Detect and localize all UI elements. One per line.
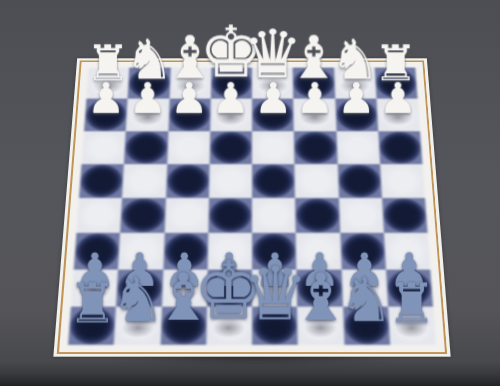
- empty-f4: [166, 164, 210, 198]
- empty-f3: [167, 131, 210, 164]
- piece-white-pawn-a2[interactable]: ♟: [376, 99, 420, 131]
- empty-e3: [209, 131, 252, 164]
- empty-c5: [295, 198, 340, 233]
- empty-h5: [76, 198, 122, 233]
- empty-d5: [252, 198, 296, 233]
- empty-d3: [252, 131, 295, 164]
- empty-a3: [378, 131, 422, 164]
- empty-h3: [82, 131, 126, 164]
- perspective-wrapper: ♜♞♝♚♛♝♞♜♟♟♟♟♟♟♟♟♟♟♟♟♟♟♟♟♜♞♝♚♛♝♞♜: [0, 0, 500, 386]
- empty-a5: [382, 198, 428, 233]
- empty-e4: [209, 164, 252, 198]
- empty-g4: [122, 164, 167, 198]
- empty-g5: [120, 198, 165, 233]
- empty-b4: [337, 164, 382, 198]
- photo-scene: ♜♞♝♚♛♝♞♜♟♟♟♟♟♟♟♟♟♟♟♟♟♟♟♟♜♞♝♚♛♝♞♜: [0, 0, 500, 386]
- empty-c4: [295, 164, 339, 198]
- empty-d4: [252, 164, 295, 198]
- white-pawn-icon: ♟: [321, 77, 476, 120]
- blue-rook-icon: ♜: [327, 276, 496, 331]
- board-pieces: ♜♞♝♚♛♝♞♜♟♟♟♟♟♟♟♟♟♟♟♟♟♟♟♟♜♞♝♚♛♝♞♜: [68, 68, 436, 345]
- empty-e5: [208, 198, 252, 233]
- empty-h4: [79, 164, 124, 198]
- empty-a4: [380, 164, 425, 198]
- empty-g3: [124, 131, 168, 164]
- empty-b5: [339, 198, 384, 233]
- piece-blue-rook-a8[interactable]: ♜: [388, 306, 436, 344]
- empty-f5: [164, 198, 209, 233]
- chess-board: ♜♞♝♚♛♝♞♜♟♟♟♟♟♟♟♟♟♟♟♟♟♟♟♟♜♞♝♚♛♝♞♜: [53, 58, 450, 356]
- empty-c3: [294, 131, 337, 164]
- empty-b3: [336, 131, 380, 164]
